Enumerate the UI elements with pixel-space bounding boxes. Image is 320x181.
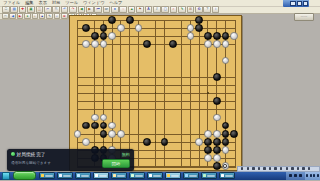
board-point[interactable] [151,138,160,146]
board-point[interactable] [230,56,239,64]
board-point[interactable] [134,40,143,48]
white-stone[interactable] [213,114,221,122]
go-board[interactable] [69,15,242,171]
board-point[interactable] [125,24,134,32]
board-point[interactable] [169,113,178,121]
white-stone[interactable] [135,24,143,32]
menu-item-2[interactable]: 表示 [39,0,47,5]
board-point[interactable] [230,146,239,154]
board-point[interactable] [186,16,195,24]
board-point[interactable] [151,162,160,170]
board-point[interactable] [212,24,221,32]
board-point[interactable] [143,162,152,170]
toolbar-button-icon[interactable]: i [212,6,220,13]
black-stone[interactable] [100,32,108,40]
toolbar-button-icon[interactable]: ⊞ [187,6,195,13]
white-stone[interactable] [230,32,238,40]
board-point[interactable] [108,40,117,48]
board-point[interactable] [82,24,91,32]
board-point[interactable] [73,16,82,24]
board-point[interactable] [125,105,134,113]
board-point[interactable] [178,73,187,81]
black-stone[interactable] [82,122,90,130]
tray-icon[interactable] [280,167,282,170]
board-point[interactable] [91,81,100,89]
toolbar-button-icon[interactable]: ● [111,6,119,13]
board-point[interactable] [195,122,204,130]
board-point[interactable] [91,16,100,24]
board-point[interactable] [73,138,82,146]
board-point[interactable] [169,97,178,105]
board-point[interactable] [134,162,143,170]
board-point[interactable] [117,130,126,138]
board-point[interactable] [212,154,221,162]
board-point[interactable] [73,122,82,130]
board-point[interactable] [230,16,239,24]
board-point[interactable] [178,40,187,48]
quicklaunch-icon[interactable] [2,172,11,181]
black-stone[interactable] [100,130,108,138]
board-point[interactable] [99,73,108,81]
board-point[interactable] [134,122,143,130]
board-point[interactable] [195,162,204,170]
board-point[interactable] [186,122,195,130]
board-point[interactable] [178,65,187,73]
board-point[interactable] [99,16,108,24]
board-point[interactable] [151,32,160,40]
board-point[interactable] [178,48,187,56]
black-stone[interactable] [126,16,134,24]
white-stone[interactable] [204,40,212,48]
board-point[interactable] [169,65,178,73]
black-stone[interactable] [195,16,203,24]
board-point[interactable] [204,48,213,56]
board-point[interactable] [151,48,160,56]
board-point[interactable] [73,130,82,138]
board-point[interactable] [73,97,82,105]
board-point[interactable] [134,97,143,105]
board-point[interactable] [160,73,169,81]
board-point[interactable] [204,16,213,24]
black-stone[interactable] [204,146,212,154]
board-point[interactable] [134,81,143,89]
board-point[interactable] [125,89,134,97]
board-point[interactable] [99,113,108,121]
board-point[interactable] [195,89,204,97]
board-point[interactable] [99,89,108,97]
board-point[interactable] [221,97,230,105]
board-point[interactable] [73,56,82,64]
board-point[interactable] [178,146,187,154]
board-point[interactable] [230,97,239,105]
black-stone[interactable] [230,130,238,138]
board-point[interactable] [99,65,108,73]
board-point[interactable] [195,81,204,89]
board-point[interactable] [221,138,230,146]
white-stone[interactable] [82,138,90,146]
black-stone[interactable] [222,122,230,130]
board-point[interactable] [160,65,169,73]
board-point[interactable] [212,56,221,64]
board-point[interactable] [178,113,187,121]
toolbar-button-icon[interactable]: # [153,6,161,13]
board-point[interactable] [169,24,178,32]
board-point[interactable] [99,48,108,56]
board-point[interactable] [178,89,187,97]
board-point[interactable] [125,16,134,24]
board-point[interactable] [91,138,100,146]
board-point[interactable] [160,113,169,121]
toolbar-button-icon[interactable]: A [145,6,153,13]
board-point[interactable] [186,32,195,40]
board-point[interactable] [195,138,204,146]
tray-icon[interactable] [306,174,308,177]
board-point[interactable] [212,105,221,113]
black-stone[interactable] [213,97,221,105]
black-stone[interactable] [143,40,151,48]
board-point[interactable] [108,56,117,64]
board-point[interactable] [99,122,108,130]
taskbar-app-button[interactable] [147,172,164,179]
board-point[interactable] [143,113,152,121]
board-point[interactable] [230,24,239,32]
board-point[interactable] [82,73,91,81]
board-point[interactable] [169,105,178,113]
board-point[interactable] [117,122,126,130]
board-point[interactable] [221,154,230,162]
toolbar-button-icon[interactable]: ✎ [178,6,186,13]
board-point[interactable] [134,65,143,73]
taskbar-app-button[interactable] [129,172,146,179]
board-point[interactable] [221,32,230,40]
board-point[interactable] [99,138,108,146]
board-point[interactable] [99,56,108,64]
board-point[interactable] [212,162,221,170]
board-point[interactable] [221,89,230,97]
board-point[interactable] [221,48,230,56]
board-point[interactable] [151,122,160,130]
board-point[interactable] [212,122,221,130]
board-point[interactable] [178,122,187,130]
board-point[interactable] [143,138,152,146]
board-point[interactable] [221,113,230,121]
board-point[interactable] [169,162,178,170]
board-point[interactable] [204,97,213,105]
board-point[interactable] [143,105,152,113]
board-point[interactable] [82,48,91,56]
board-point[interactable] [204,32,213,40]
board-point[interactable] [91,89,100,97]
board-point[interactable] [204,162,213,170]
board-point[interactable] [178,105,187,113]
board-point[interactable] [195,113,204,121]
black-stone[interactable] [213,32,221,40]
black-stone[interactable] [195,24,203,32]
white-stone[interactable] [117,24,125,32]
board-point[interactable] [169,16,178,24]
board-point[interactable] [186,89,195,97]
board-point[interactable] [73,113,82,121]
board-point[interactable] [73,32,82,40]
board-point[interactable] [186,24,195,32]
black-stone[interactable] [108,16,116,24]
board-point[interactable] [134,146,143,154]
board-point[interactable] [91,113,100,121]
board-point[interactable] [169,56,178,64]
board-point[interactable] [178,162,187,170]
board-point[interactable] [108,130,117,138]
tray-icon[interactable] [247,167,249,170]
board-point[interactable] [204,105,213,113]
board-point[interactable] [134,73,143,81]
board-point[interactable] [73,81,82,89]
white-stone[interactable] [82,40,90,48]
board-point[interactable] [117,65,126,73]
tray-icon[interactable] [291,167,293,170]
board-point[interactable] [230,154,239,162]
board-point[interactable] [230,113,239,121]
board-point[interactable] [82,32,91,40]
board-point[interactable] [160,89,169,97]
board-point[interactable] [143,73,152,81]
board-point[interactable] [212,32,221,40]
board-point[interactable] [195,65,204,73]
tray-icon[interactable] [294,174,297,177]
board-point[interactable] [204,130,213,138]
tray-icon[interactable] [263,167,265,170]
board-point[interactable] [117,24,126,32]
board-point[interactable] [117,73,126,81]
board-point[interactable] [195,130,204,138]
taskbar-clock[interactable] [305,172,320,181]
menu-item-1[interactable]: 編集 [25,0,33,5]
board-point[interactable] [91,56,100,64]
start-button[interactable] [13,171,36,180]
white-stone[interactable] [213,130,221,138]
board-point[interactable] [125,32,134,40]
board-point[interactable] [151,73,160,81]
board-point[interactable] [108,138,117,146]
white-stone[interactable] [108,130,116,138]
board-point[interactable] [108,73,117,81]
board-point[interactable] [134,48,143,56]
board-point[interactable] [169,130,178,138]
board-point[interactable] [230,122,239,130]
tray-icon[interactable] [269,167,271,170]
board-point[interactable] [91,73,100,81]
white-stone[interactable] [187,24,195,32]
board-point[interactable] [143,32,152,40]
board-point[interactable] [221,81,230,89]
board-point[interactable] [178,97,187,105]
board-point[interactable] [91,130,100,138]
white-stone[interactable] [222,162,230,170]
board-point[interactable] [91,65,100,73]
board-point[interactable] [160,138,169,146]
board-point[interactable] [134,16,143,24]
board-point[interactable] [212,138,221,146]
tray-icon[interactable] [310,174,312,177]
board-point[interactable] [221,105,230,113]
board-point[interactable] [230,65,239,73]
board-point[interactable] [169,48,178,56]
board-point[interactable] [143,65,152,73]
board-point[interactable] [108,81,117,89]
board-point[interactable] [230,73,239,81]
white-stone[interactable] [117,130,125,138]
board-point[interactable] [178,130,187,138]
board-point[interactable] [117,113,126,121]
black-stone[interactable] [91,122,99,130]
toolbar-button-icon[interactable]: ? [203,6,211,13]
board-point[interactable] [151,97,160,105]
board-point[interactable] [230,138,239,146]
minimize-icon[interactable] [290,1,295,6]
board-point[interactable] [160,130,169,138]
board-point[interactable] [151,130,160,138]
board-point[interactable] [82,105,91,113]
board-point[interactable] [212,81,221,89]
taskbar-app-button[interactable] [57,172,74,179]
white-stone[interactable] [91,114,99,122]
board-point[interactable] [143,48,152,56]
board-point[interactable] [108,122,117,130]
board-point[interactable] [151,105,160,113]
board-point[interactable] [117,16,126,24]
board-point[interactable] [117,56,126,64]
board-point[interactable] [160,162,169,170]
board-point[interactable] [195,24,204,32]
board-point[interactable] [143,56,152,64]
black-stone[interactable] [82,24,90,32]
board-point[interactable] [73,40,82,48]
board-point[interactable] [212,113,221,121]
board-point[interactable] [204,154,213,162]
board-point[interactable] [178,16,187,24]
board-point[interactable] [91,48,100,56]
board-point[interactable] [160,56,169,64]
board-point[interactable] [186,113,195,121]
board-point[interactable] [91,105,100,113]
board-point[interactable] [178,24,187,32]
board-point[interactable] [212,130,221,138]
black-stone[interactable] [222,32,230,40]
board-point[interactable] [73,73,82,81]
board-point[interactable] [160,48,169,56]
board-point[interactable] [212,65,221,73]
black-stone[interactable] [222,138,230,146]
board-point[interactable] [204,73,213,81]
board-point[interactable] [82,16,91,24]
board-point[interactable] [186,48,195,56]
board-point[interactable] [108,48,117,56]
tray-icon[interactable] [274,167,276,170]
board-point[interactable] [212,146,221,154]
tray-icon[interactable] [297,167,299,170]
board-point[interactable] [212,40,221,48]
close-icon[interactable] [303,1,308,6]
white-stone[interactable] [195,138,203,146]
tray-icon[interactable] [299,174,302,177]
board-point[interactable] [221,162,230,170]
board-point[interactable] [186,162,195,170]
board-point[interactable] [186,73,195,81]
board-point[interactable] [178,32,187,40]
tray-icon[interactable] [289,174,292,177]
board-point[interactable] [151,146,160,154]
black-stone[interactable] [213,138,221,146]
board-point[interactable] [134,113,143,121]
board-point[interactable] [134,105,143,113]
toolbar-button-icon[interactable]: ○ [119,6,127,13]
board-point[interactable] [82,40,91,48]
board-point[interactable] [195,32,204,40]
board-point[interactable] [230,89,239,97]
board-point[interactable] [143,16,152,24]
white-stone[interactable] [91,40,99,48]
board-point[interactable] [230,105,239,113]
board-point[interactable] [151,24,160,32]
board-point[interactable] [134,130,143,138]
board-point[interactable] [169,146,178,154]
tray-icon[interactable] [286,167,288,170]
taskbar-app-button[interactable] [39,172,56,179]
board-point[interactable] [117,138,126,146]
board-point[interactable] [160,24,169,32]
tray-icon[interactable] [302,167,304,170]
board-point[interactable] [160,97,169,105]
board-point[interactable] [143,122,152,130]
board-point[interactable] [195,56,204,64]
board-point[interactable] [82,138,91,146]
board-point[interactable] [125,40,134,48]
board-point[interactable] [125,65,134,73]
tray-icon[interactable] [308,167,310,170]
taskbar-app-button[interactable] [111,172,128,179]
board-point[interactable] [204,89,213,97]
board-point[interactable] [151,16,160,24]
board-point[interactable] [99,97,108,105]
board-point[interactable] [230,40,239,48]
board-point[interactable] [117,105,126,113]
board-point[interactable] [143,154,152,162]
board-point[interactable] [212,16,221,24]
restore-icon[interactable] [297,1,302,6]
board-point[interactable] [73,24,82,32]
board-point[interactable] [117,97,126,105]
white-stone[interactable] [108,122,116,130]
board-point[interactable] [186,56,195,64]
board-point[interactable] [212,73,221,81]
board-point[interactable] [195,73,204,81]
board-point[interactable] [195,16,204,24]
white-stone[interactable] [204,154,212,162]
board-point[interactable] [195,40,204,48]
board-point[interactable] [82,89,91,97]
board-point[interactable] [108,24,117,32]
board-point[interactable] [169,122,178,130]
white-stone[interactable] [74,130,82,138]
board-point[interactable] [221,40,230,48]
white-stone[interactable] [204,130,212,138]
board-point[interactable] [151,154,160,162]
tray-icon[interactable] [317,174,319,177]
taskbar-app-button[interactable] [219,172,236,179]
white-stone[interactable] [187,32,195,40]
board-point[interactable] [221,65,230,73]
board-point[interactable] [221,122,230,130]
board-point[interactable] [178,81,187,89]
